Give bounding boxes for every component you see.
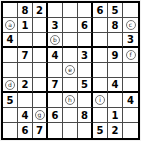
cell-r7c3[interactable]	[33, 93, 48, 108]
given-digit: 8	[112, 20, 119, 31]
cell-r9c4[interactable]	[48, 123, 63, 138]
circled-letter-e: e	[65, 65, 75, 75]
cell-r6c5[interactable]	[63, 78, 78, 93]
cell-r7c9[interactable]: 4	[123, 93, 138, 108]
given-digit: 5	[7, 95, 14, 106]
cell-r3c8[interactable]	[108, 33, 123, 48]
cell-r5c1[interactable]	[3, 63, 18, 78]
cell-r2c2[interactable]: 1	[18, 18, 33, 33]
cell-r5c6[interactable]	[78, 63, 93, 78]
given-digit: 6	[81, 20, 88, 31]
given-digit: 2	[36, 5, 43, 16]
cell-r9c8[interactable]: 2	[108, 123, 123, 138]
cell-r2c3[interactable]	[33, 18, 48, 33]
circled-letter-d: d	[5, 80, 15, 90]
cell-r4c8[interactable]: 9	[108, 48, 123, 63]
cell-r9c3[interactable]: 7	[33, 123, 48, 138]
given-digit: 5	[112, 5, 119, 16]
given-digit: 4	[112, 79, 119, 90]
cell-r5c3[interactable]	[33, 63, 48, 78]
given-digit: 2	[112, 125, 119, 136]
given-digit: 5	[97, 125, 104, 136]
given-digit: 3	[81, 50, 88, 61]
cell-r1c2[interactable]: 8	[18, 3, 33, 18]
cell-r1c6[interactable]	[78, 3, 93, 18]
given-digit: 6	[97, 5, 104, 16]
cell-r3c9[interactable]: 3	[123, 33, 138, 48]
given-digit: 7	[22, 50, 29, 61]
circled-letter-i: i	[95, 95, 105, 105]
circled-letter-h: h	[65, 95, 75, 105]
cell-r7c4[interactable]	[48, 93, 63, 108]
given-digit: 1	[112, 110, 119, 121]
cell-r9c2[interactable]: 6	[18, 123, 33, 138]
cell-r2c5[interactable]	[63, 18, 78, 33]
cell-r3c2[interactable]	[18, 33, 33, 48]
given-digit: 5	[81, 79, 88, 90]
cell-r1c8[interactable]: 5	[108, 3, 123, 18]
cell-r5c9[interactable]	[123, 63, 138, 78]
cell-r9c7[interactable]: 5	[93, 123, 108, 138]
given-digit: 2	[22, 79, 29, 90]
cell-r4c2[interactable]: 7	[18, 48, 33, 63]
cell-r4c1[interactable]	[3, 48, 18, 63]
cell-r5c5[interactable]: e	[63, 63, 78, 78]
given-digit: 3	[52, 20, 59, 31]
cell-r3c5[interactable]	[63, 33, 78, 48]
cell-r9c5[interactable]	[63, 123, 78, 138]
cell-r6c6[interactable]: 5	[78, 78, 93, 93]
cell-r3c3[interactable]	[33, 33, 48, 48]
cell-r4c4[interactable]: 4	[48, 48, 63, 63]
cell-r7c5[interactable]: h	[63, 93, 78, 108]
cell-r7c2[interactable]	[18, 93, 33, 108]
circled-letter-a: a	[5, 20, 15, 30]
cell-r3c4[interactable]: b	[48, 33, 63, 48]
cell-r7c7[interactable]: i	[93, 93, 108, 108]
cell-r7c1[interactable]: 5	[3, 93, 18, 108]
circled-letter-f: f	[126, 50, 136, 60]
cell-r6c3[interactable]	[33, 78, 48, 93]
circled-letter-c: c	[126, 20, 136, 30]
cell-r4c6[interactable]: 3	[78, 48, 93, 63]
cell-r3c7[interactable]	[93, 33, 108, 48]
cell-r8c5[interactable]	[63, 108, 78, 123]
cell-r4c9[interactable]: f	[123, 48, 138, 63]
given-digit: 6	[52, 110, 59, 121]
cell-r8c2[interactable]: 4	[18, 108, 33, 123]
cell-r8c8[interactable]: 1	[108, 108, 123, 123]
given-digit: 4	[7, 34, 14, 45]
cell-r4c5[interactable]	[63, 48, 78, 63]
cell-r1c1[interactable]	[3, 3, 18, 18]
cell-r2c4[interactable]: 3	[48, 18, 63, 33]
cell-r6c8[interactable]: 4	[108, 78, 123, 93]
cell-r8c3[interactable]: g	[33, 108, 48, 123]
cell-r6c7[interactable]	[93, 78, 108, 93]
cell-r8c1[interactable]	[3, 108, 18, 123]
given-digit: 4	[22, 110, 29, 121]
given-digit: 4	[52, 50, 59, 61]
cell-r9c6[interactable]	[78, 123, 93, 138]
cell-r3c6[interactable]	[78, 33, 93, 48]
cell-r8c6[interactable]: 8	[78, 108, 93, 123]
cell-r2c9[interactable]: c	[123, 18, 138, 33]
cell-r2c7[interactable]	[93, 18, 108, 33]
given-digit: 6	[22, 125, 29, 136]
circled-letter-g: g	[35, 110, 45, 120]
cell-r4c7[interactable]	[93, 48, 108, 63]
cell-r1c9[interactable]	[123, 3, 138, 18]
cell-r8c9[interactable]	[123, 108, 138, 123]
cell-r2c8[interactable]: 8	[108, 18, 123, 33]
cell-r1c7[interactable]: 6	[93, 3, 108, 18]
circled-letter-b: b	[50, 35, 60, 45]
given-digit: 3	[127, 34, 134, 45]
cell-r5c8[interactable]	[108, 63, 123, 78]
given-digit: 1	[22, 20, 29, 31]
cell-r6c2[interactable]: 2	[18, 78, 33, 93]
cell-r6c9[interactable]	[123, 78, 138, 93]
given-digit: 9	[112, 50, 119, 61]
cell-r5c7[interactable]	[93, 63, 108, 78]
cell-r6c4[interactable]: 7	[48, 78, 63, 93]
cell-r7c8[interactable]	[108, 93, 123, 108]
given-digit: 8	[22, 5, 29, 16]
cell-r1c3[interactable]: 2	[33, 3, 48, 18]
given-digit: 8	[81, 110, 88, 121]
cell-r5c4[interactable]	[48, 63, 63, 78]
cell-r5c2[interactable]	[18, 63, 33, 78]
given-digit: 7	[52, 79, 59, 90]
cell-r8c7[interactable]	[93, 108, 108, 123]
cell-r3c1[interactable]: 4	[3, 33, 18, 48]
given-digit: 7	[36, 125, 43, 136]
cell-r8c4[interactable]: 6	[48, 108, 63, 123]
cell-r1c4[interactable]	[48, 3, 63, 18]
cell-r9c1[interactable]	[3, 123, 18, 138]
cell-r6c1[interactable]: d	[3, 78, 18, 93]
sudoku-board: 8265a1368c4b37439fed27545hi44g6816752	[1, 1, 140, 140]
cell-r2c6[interactable]: 6	[78, 18, 93, 33]
given-digit: 4	[127, 95, 134, 106]
cell-r2c1[interactable]: a	[3, 18, 18, 33]
cell-r1c5[interactable]	[63, 3, 78, 18]
cell-r7c6[interactable]	[78, 93, 93, 108]
cell-r9c9[interactable]	[123, 123, 138, 138]
cell-r4c3[interactable]	[33, 48, 48, 63]
